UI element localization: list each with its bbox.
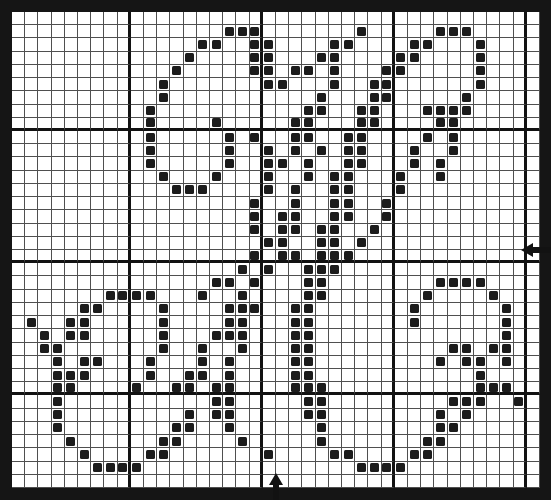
grid-cell	[223, 316, 236, 329]
grid-cell	[302, 52, 315, 65]
grid-cell	[157, 356, 170, 369]
grid-cell	[395, 210, 408, 223]
grid-cell	[514, 144, 527, 157]
grid-cell	[514, 65, 527, 78]
grid-cell	[12, 65, 25, 78]
grid-cell	[210, 395, 223, 408]
grid-cell	[408, 91, 421, 104]
grid-cell	[197, 316, 210, 329]
grid-cell	[210, 250, 223, 263]
stitch	[304, 265, 313, 274]
grid-cell	[118, 144, 131, 157]
grid-cell	[223, 263, 236, 276]
grid-cell	[223, 52, 236, 65]
stitch	[185, 423, 194, 432]
grid-cell	[197, 144, 210, 157]
grid-cell	[316, 144, 329, 157]
grid-cell	[527, 448, 540, 461]
grid-cell	[382, 184, 395, 197]
stitch	[330, 265, 339, 274]
grid-cell	[487, 184, 500, 197]
grid-cell	[474, 197, 487, 210]
stitch	[225, 423, 234, 432]
grid-cell	[395, 25, 408, 38]
grid-cell	[342, 422, 355, 435]
grid-cell	[157, 224, 170, 237]
grid-cell	[368, 38, 381, 51]
grid-cell	[131, 52, 144, 65]
grid-cell	[368, 184, 381, 197]
grid-cell	[131, 157, 144, 170]
grid-cell	[487, 131, 500, 144]
grid-cell	[448, 91, 461, 104]
grid-cell	[250, 171, 263, 184]
grid-cell	[131, 118, 144, 131]
grid-cell	[131, 237, 144, 250]
grid-cell	[65, 343, 78, 356]
grid-cell	[157, 78, 170, 91]
grid-cell	[514, 382, 527, 395]
grid-cell	[276, 343, 289, 356]
grid-cell	[329, 356, 342, 369]
grid-cell	[527, 276, 540, 289]
grid-cell	[210, 38, 223, 51]
grid-cell	[78, 157, 91, 170]
grid-cell	[408, 382, 421, 395]
stitch	[317, 53, 326, 62]
grid-cell	[12, 38, 25, 51]
grid-cell	[368, 276, 381, 289]
stitch	[476, 371, 485, 380]
grid-cell	[157, 157, 170, 170]
grid-cell	[289, 144, 302, 157]
grid-cell	[38, 171, 51, 184]
grid-cell	[289, 38, 302, 51]
grid-cell	[144, 144, 157, 157]
grid-cell	[461, 105, 474, 118]
grid-cell	[355, 250, 368, 263]
stitch	[278, 238, 287, 247]
grid-cell	[157, 197, 170, 210]
grid-cell	[329, 343, 342, 356]
grid-cell	[355, 303, 368, 316]
stitch	[291, 133, 300, 142]
grid-cell	[329, 409, 342, 422]
stitch	[423, 291, 432, 300]
grid-cell	[118, 157, 131, 170]
grid-cell	[382, 91, 395, 104]
grid-cell	[184, 131, 197, 144]
grid-cell	[408, 290, 421, 303]
stitch	[304, 318, 313, 327]
grid-cell	[461, 224, 474, 237]
stitch	[357, 159, 366, 168]
grid-cell	[329, 197, 342, 210]
grid-cell	[236, 224, 249, 237]
grid-cell	[342, 409, 355, 422]
grid-cell	[223, 224, 236, 237]
stitch	[132, 291, 141, 300]
grid-cell	[25, 462, 38, 475]
grid-cell	[118, 435, 131, 448]
stitch	[396, 66, 405, 75]
grid-cell	[118, 263, 131, 276]
grid-cell	[474, 78, 487, 91]
grid-cell	[342, 369, 355, 382]
grid-cell	[487, 422, 500, 435]
grid-cell	[527, 475, 540, 488]
grid-cell	[487, 157, 500, 170]
grid-cell	[197, 462, 210, 475]
grid-cell	[382, 343, 395, 356]
grid-cell	[131, 276, 144, 289]
grid-cell	[329, 105, 342, 118]
grid-cell	[474, 475, 487, 488]
grid-cell	[448, 409, 461, 422]
grid-cell	[236, 38, 249, 51]
stitch	[370, 463, 379, 472]
grid-cell	[131, 290, 144, 303]
stitch	[238, 318, 247, 327]
grid-cell	[474, 12, 487, 25]
stitch	[172, 383, 181, 392]
stitch	[370, 80, 379, 89]
grid-cell	[197, 448, 210, 461]
grid-cell	[118, 250, 131, 263]
grid-cell	[474, 91, 487, 104]
grid-cell	[118, 91, 131, 104]
grid-cell	[263, 422, 276, 435]
grid-cell	[263, 224, 276, 237]
grid-cell	[223, 78, 236, 91]
grid-cell	[210, 91, 223, 104]
grid-cell	[25, 237, 38, 250]
grid-cell	[131, 210, 144, 223]
grid-cell	[250, 369, 263, 382]
stitch	[317, 397, 326, 406]
stitch	[291, 199, 300, 208]
grid-cell	[131, 316, 144, 329]
grid-cell	[65, 409, 78, 422]
grid-cell	[408, 329, 421, 342]
grid-cell	[12, 52, 25, 65]
grid-cell	[448, 78, 461, 91]
grid-cell	[118, 290, 131, 303]
grid-cell	[223, 462, 236, 475]
grid-cell	[250, 290, 263, 303]
stitch	[423, 437, 432, 446]
grid-cell	[91, 118, 104, 131]
grid-cell	[342, 105, 355, 118]
grid-cell	[250, 395, 263, 408]
grid-cell	[408, 343, 421, 356]
grid-cell	[395, 409, 408, 422]
stitch	[476, 383, 485, 392]
grid-cell	[170, 105, 183, 118]
grid-cell	[487, 224, 500, 237]
stitch	[264, 40, 273, 49]
stitch	[250, 40, 259, 49]
grid-cell	[316, 422, 329, 435]
grid-cell	[395, 303, 408, 316]
grid-cell	[12, 144, 25, 157]
grid-cell	[157, 462, 170, 475]
grid-cell	[236, 237, 249, 250]
grid-cell	[65, 250, 78, 263]
stitch	[423, 40, 432, 49]
grid-cell	[78, 435, 91, 448]
grid-cell	[197, 105, 210, 118]
grid-cell	[263, 290, 276, 303]
grid-cell	[276, 237, 289, 250]
grid-cell	[276, 329, 289, 342]
grid-cell	[500, 224, 513, 237]
grid-cell	[289, 316, 302, 329]
grid-cell	[144, 329, 157, 342]
grid-cell	[487, 356, 500, 369]
grid-cell	[514, 356, 527, 369]
grid-cell	[223, 290, 236, 303]
grid-cell	[289, 329, 302, 342]
grid-cell	[131, 65, 144, 78]
stitch	[436, 423, 445, 432]
stitch	[118, 463, 127, 472]
grid-cell	[25, 171, 38, 184]
grid-cell	[210, 210, 223, 223]
grid-cell	[316, 197, 329, 210]
grid-cell	[38, 131, 51, 144]
grid-cell	[514, 78, 527, 91]
grid-cell	[368, 171, 381, 184]
stitch	[330, 238, 339, 247]
grid-cell	[395, 448, 408, 461]
grid-cell	[461, 475, 474, 488]
grid-cell	[52, 303, 65, 316]
grid-cell	[184, 65, 197, 78]
grid-cell	[12, 448, 25, 461]
grid-cell	[91, 25, 104, 38]
grid-cell	[474, 237, 487, 250]
grid-cell	[197, 210, 210, 223]
stitch	[264, 80, 273, 89]
stitch	[476, 40, 485, 49]
stitch	[250, 199, 259, 208]
grid-cell	[52, 12, 65, 25]
stitch	[238, 437, 247, 446]
grid-cell	[118, 448, 131, 461]
stitch	[146, 371, 155, 380]
grid-cell	[355, 184, 368, 197]
grid-cell	[302, 197, 315, 210]
grid-cell	[38, 144, 51, 157]
grid-cell	[65, 184, 78, 197]
stitch	[40, 331, 49, 340]
grid-cell	[104, 105, 117, 118]
grid-cell	[329, 144, 342, 157]
stitch	[159, 450, 168, 459]
grid-cell	[487, 105, 500, 118]
stitch	[40, 344, 49, 353]
grid-cell	[382, 171, 395, 184]
grid-cell	[514, 224, 527, 237]
grid-cell	[487, 462, 500, 475]
grid-cell	[342, 435, 355, 448]
grid-cell	[223, 395, 236, 408]
stitch	[225, 133, 234, 142]
grid-cell	[474, 210, 487, 223]
grid-cell	[78, 210, 91, 223]
grid-cell	[38, 197, 51, 210]
grid-cell	[157, 303, 170, 316]
grid-cell	[368, 303, 381, 316]
grid-cell	[342, 343, 355, 356]
grid-cell	[487, 382, 500, 395]
grid-cell	[157, 250, 170, 263]
stitch	[304, 159, 313, 168]
grid-cell	[421, 382, 434, 395]
stitch	[146, 106, 155, 115]
grid-cell	[527, 52, 540, 65]
grid-cell	[263, 118, 276, 131]
grid-cell	[434, 38, 447, 51]
grid-cell	[184, 144, 197, 157]
grid-cell	[421, 250, 434, 263]
grid-cell	[289, 422, 302, 435]
stitch	[330, 172, 339, 181]
grid-cell	[91, 462, 104, 475]
grid-cell	[263, 105, 276, 118]
grid-cell	[474, 395, 487, 408]
center-column-arrow-icon	[269, 473, 283, 500]
grid-cell	[170, 409, 183, 422]
grid-cell	[170, 144, 183, 157]
grid-cell	[461, 78, 474, 91]
grid-cell	[78, 237, 91, 250]
grid-cell	[250, 303, 263, 316]
grid-cell	[223, 237, 236, 250]
stitch	[370, 225, 379, 234]
stitch	[212, 397, 221, 406]
grid-cell	[487, 171, 500, 184]
grid-cell	[434, 197, 447, 210]
stitch	[449, 106, 458, 115]
grid-cell	[448, 105, 461, 118]
stitch	[462, 357, 471, 366]
grid-cell	[514, 210, 527, 223]
grid-cell	[78, 224, 91, 237]
grid-cell	[500, 25, 513, 38]
stitch	[172, 185, 181, 194]
stitch	[382, 93, 391, 102]
grid-cell	[382, 409, 395, 422]
grid-cell	[500, 38, 513, 51]
grid-cell	[104, 369, 117, 382]
grid-cell	[91, 171, 104, 184]
stitch	[198, 371, 207, 380]
grid-cell	[91, 382, 104, 395]
grid-cell	[131, 91, 144, 104]
grid-cell	[382, 12, 395, 25]
grid-cell	[131, 171, 144, 184]
grid-cell	[91, 369, 104, 382]
grid-cell	[276, 210, 289, 223]
stitch	[27, 318, 36, 327]
grid-cell	[118, 171, 131, 184]
grid-cell	[91, 316, 104, 329]
grid-cell	[276, 12, 289, 25]
grid-cell	[461, 144, 474, 157]
grid-cell	[184, 25, 197, 38]
grid-cell	[210, 118, 223, 131]
grid-cell	[408, 276, 421, 289]
grid-cell	[329, 316, 342, 329]
grid-cell	[210, 197, 223, 210]
grid-cell	[527, 197, 540, 210]
grid-cell	[170, 171, 183, 184]
stitch	[462, 93, 471, 102]
grid-cell	[500, 131, 513, 144]
grid-cell	[316, 25, 329, 38]
grid-cell	[474, 263, 487, 276]
grid-cell	[65, 475, 78, 488]
grid-cell	[421, 52, 434, 65]
grid-cell	[316, 409, 329, 422]
grid-cell	[382, 105, 395, 118]
grid-cell	[52, 316, 65, 329]
grid-cell	[25, 144, 38, 157]
grid-cell	[421, 422, 434, 435]
grid-cell	[170, 237, 183, 250]
grid-cell	[144, 197, 157, 210]
grid-cell	[408, 105, 421, 118]
grid-cell	[302, 91, 315, 104]
grid-cell	[448, 356, 461, 369]
stitch	[382, 80, 391, 89]
grid-cell	[197, 197, 210, 210]
grid-cell	[38, 118, 51, 131]
stitch	[198, 357, 207, 366]
grid-cell	[329, 171, 342, 184]
grid-cell	[527, 395, 540, 408]
grid-cell	[395, 435, 408, 448]
grid-cell	[302, 25, 315, 38]
grid-cell	[131, 395, 144, 408]
grid-cell	[12, 462, 25, 475]
grid-cell	[197, 12, 210, 25]
grid-cell	[223, 157, 236, 170]
grid-cell	[421, 462, 434, 475]
grid-cell	[500, 65, 513, 78]
stitch	[436, 357, 445, 366]
grid-cell	[474, 422, 487, 435]
grid-cell	[421, 303, 434, 316]
grid-cell	[421, 276, 434, 289]
grid-cell	[434, 316, 447, 329]
stitch	[225, 278, 234, 287]
grid-cell	[434, 237, 447, 250]
grid-cell	[250, 144, 263, 157]
grid-cell	[78, 197, 91, 210]
stitch	[93, 463, 102, 472]
grid-cell	[144, 356, 157, 369]
grid-cell	[65, 12, 78, 25]
grid-cell	[236, 184, 249, 197]
grid-cell	[65, 369, 78, 382]
grid-cell	[118, 197, 131, 210]
grid-cell	[329, 184, 342, 197]
grid-cell	[144, 78, 157, 91]
grid-cell	[514, 25, 527, 38]
